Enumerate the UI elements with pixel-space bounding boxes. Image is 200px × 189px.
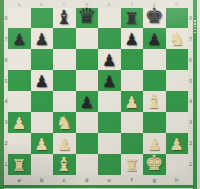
white-pawn-f4[interactable]: ♟ (125, 95, 139, 111)
square-c2[interactable]: ♟ (53, 133, 76, 154)
file-label: b (31, 1, 54, 7)
black-rook-f8[interactable]: ♜ (125, 11, 139, 27)
black-pawn-b7[interactable]: ♟ (35, 32, 49, 48)
square-c8[interactable]: ♝ (53, 8, 76, 29)
square-a6[interactable] (8, 49, 31, 70)
white-king-g1[interactable]: ♚ (145, 153, 164, 174)
square-f2[interactable] (121, 133, 144, 154)
square-d8[interactable]: ♛ (76, 8, 99, 29)
file-label: b (31, 176, 54, 185)
square-f7[interactable]: ♟ (121, 28, 144, 49)
rank-label: 4 (188, 91, 193, 112)
square-h5[interactable] (166, 70, 189, 91)
square-g8[interactable]: ♚ (143, 8, 166, 29)
square-f6[interactable] (121, 49, 144, 70)
black-pawn-e6[interactable]: ♟ (102, 53, 116, 69)
square-d4[interactable]: ♟ (76, 91, 99, 112)
square-e4[interactable] (98, 91, 121, 112)
square-b2[interactable]: ♟ (31, 133, 54, 154)
white-pawn-a3[interactable]: ♟ (12, 116, 26, 132)
black-queen-d8[interactable]: ♛ (77, 6, 96, 27)
square-f1[interactable]: ♜ (121, 154, 144, 175)
black-pawn-f7[interactable]: ♟ (125, 32, 139, 48)
white-rook-f1[interactable]: ♜ (125, 158, 139, 174)
white-pawn-c2[interactable]: ♟ (57, 137, 71, 153)
square-b5[interactable]: ♟ (31, 70, 54, 91)
file-label: c (53, 176, 76, 185)
rank-label: 3 (188, 112, 193, 133)
square-b3[interactable] (31, 112, 54, 133)
rank-label: 8 (188, 8, 193, 29)
square-a1[interactable]: ♜ (8, 154, 31, 175)
square-d3[interactable] (76, 112, 99, 133)
white-knight-h7[interactable]: ♞ (169, 30, 185, 48)
black-bishop-c8[interactable]: ♝ (56, 8, 73, 27)
square-c1[interactable]: ♝ (53, 154, 76, 175)
file-label: e (98, 176, 121, 185)
square-a8[interactable] (8, 8, 31, 29)
square-c5[interactable] (53, 70, 76, 91)
square-e3[interactable] (98, 112, 121, 133)
board-border-bottom (0, 185, 196, 189)
square-c4[interactable] (53, 91, 76, 112)
square-h8[interactable] (166, 8, 189, 29)
file-label: h (166, 1, 189, 7)
square-b1[interactable] (31, 154, 54, 175)
rank-label: 2 (188, 133, 193, 154)
square-a7[interactable]: ♟ (8, 28, 31, 49)
rank-label: 5 (188, 70, 193, 91)
square-h4[interactable] (166, 91, 189, 112)
square-h7[interactable]: ♞ (166, 28, 189, 49)
square-h2[interactable]: ♟ (166, 133, 189, 154)
square-d7[interactable] (76, 28, 99, 49)
board-border-left (0, 0, 4, 189)
square-d5[interactable] (76, 70, 99, 91)
square-e5[interactable]: ♟ (98, 70, 121, 91)
file-label: a (8, 1, 31, 7)
square-g1[interactable]: ♚ (143, 154, 166, 175)
square-h1[interactable] (166, 154, 189, 175)
square-c7[interactable] (53, 28, 76, 49)
square-a5[interactable] (8, 70, 31, 91)
white-bishop-g4[interactable]: ♝ (146, 92, 163, 111)
file-label: e (98, 1, 121, 7)
file-label: f (121, 1, 144, 7)
square-e8[interactable] (98, 8, 121, 29)
black-pawn-b5[interactable]: ♟ (35, 74, 49, 90)
black-pawn-d4[interactable]: ♟ (80, 95, 94, 111)
square-f5[interactable] (121, 70, 144, 91)
rank-labels-right: 87654321 (188, 8, 193, 175)
square-a3[interactable]: ♟ (8, 112, 31, 133)
black-pawn-g7[interactable]: ♟ (147, 32, 161, 48)
square-d2[interactable] (76, 133, 99, 154)
square-e2[interactable] (98, 133, 121, 154)
file-label: g (143, 176, 166, 185)
white-pawn-h2[interactable]: ♟ (170, 137, 184, 153)
file-label: d (76, 176, 99, 185)
chess-board: ♝♛♜♚♟♟♟♟♞♟♟♟♟♟♝♟♞♟♟♟♟♜♝♜♚ (8, 8, 188, 175)
black-king-g8[interactable]: ♚ (145, 6, 164, 27)
file-labels-bottom: abcdefgh (8, 176, 188, 185)
square-a2[interactable] (8, 133, 31, 154)
square-g5[interactable] (143, 70, 166, 91)
rank-label: 7 (188, 28, 193, 49)
square-b8[interactable] (31, 8, 54, 29)
file-label: f (121, 176, 144, 185)
square-f8[interactable]: ♜ (121, 8, 144, 29)
black-pawn-e5[interactable]: ♟ (102, 74, 116, 90)
white-pawn-b2[interactable]: ♟ (35, 137, 49, 153)
square-e7[interactable] (98, 28, 121, 49)
square-g7[interactable]: ♟ (143, 28, 166, 49)
file-label: a (8, 176, 31, 185)
chess-board-photo: 87654321 87654321 abcdefgh abcdefgh ♝♛♜♚… (0, 0, 200, 189)
square-b6[interactable] (31, 49, 54, 70)
square-f4[interactable]: ♟ (121, 91, 144, 112)
square-b7[interactable]: ♟ (31, 28, 54, 49)
square-c6[interactable] (53, 49, 76, 70)
square-a4[interactable] (8, 91, 31, 112)
rank-label: 1 (188, 154, 193, 175)
square-h6[interactable] (166, 49, 189, 70)
white-rook-a1[interactable]: ♜ (12, 158, 26, 174)
square-g6[interactable] (143, 49, 166, 70)
file-label: h (166, 176, 189, 185)
square-e6[interactable]: ♟ (98, 49, 121, 70)
square-b4[interactable] (31, 91, 54, 112)
white-knight-c3[interactable]: ♞ (56, 114, 72, 132)
square-f3[interactable] (121, 112, 144, 133)
square-d1[interactable] (76, 154, 99, 175)
black-pawn-a7[interactable]: ♟ (12, 32, 26, 48)
square-g4[interactable]: ♝ (143, 91, 166, 112)
white-bishop-c1[interactable]: ♝ (56, 155, 73, 174)
rank-label: 6 (188, 49, 193, 70)
square-g3[interactable] (143, 112, 166, 133)
square-h3[interactable] (166, 112, 189, 133)
square-e1[interactable] (98, 154, 121, 175)
square-c3[interactable]: ♞ (53, 112, 76, 133)
right-border-marking (194, 20, 197, 35)
square-d6[interactable] (76, 49, 99, 70)
